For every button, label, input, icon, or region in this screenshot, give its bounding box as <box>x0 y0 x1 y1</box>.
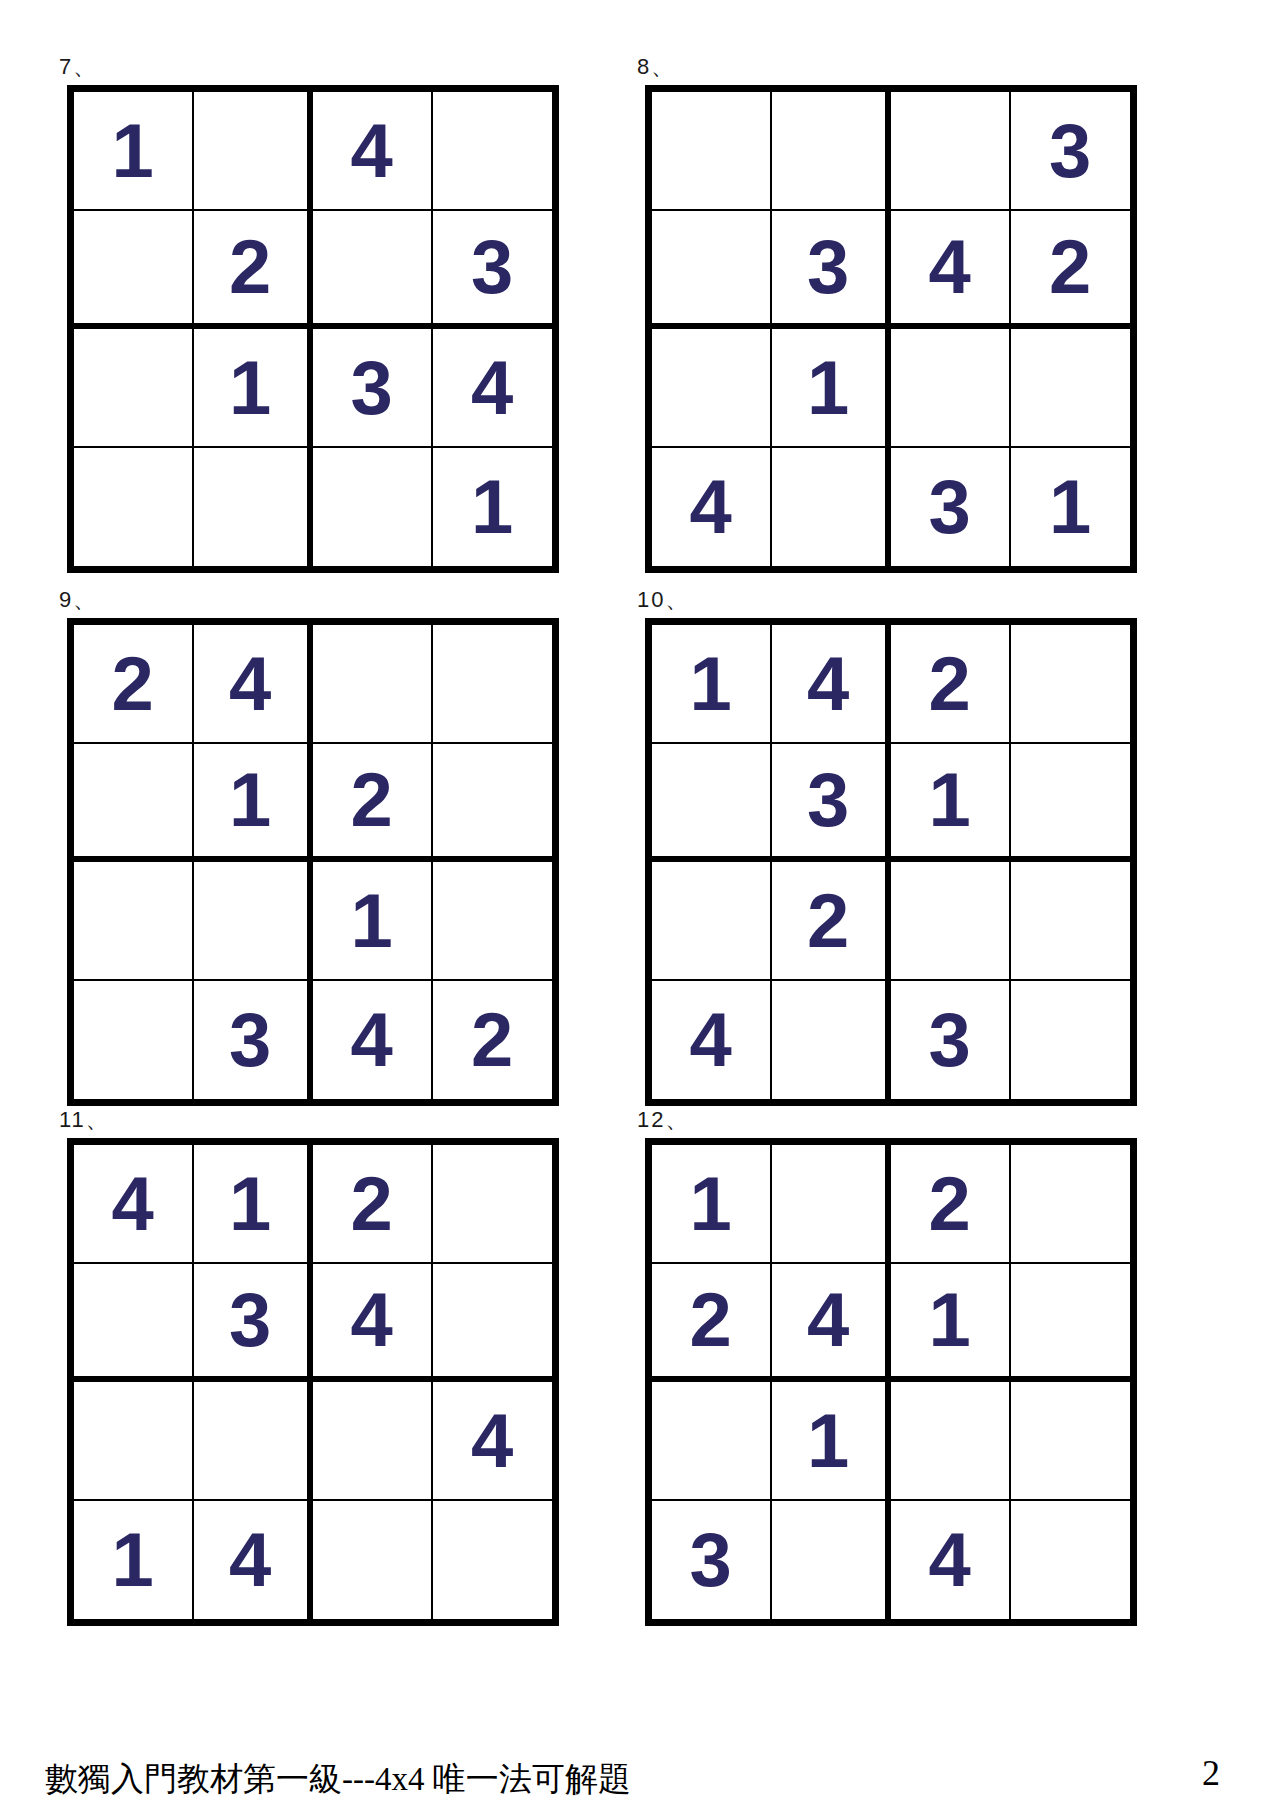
sudoku-cell-7-r2c1 <box>74 211 194 330</box>
puzzle-8-label: 8、 <box>637 55 1137 79</box>
sudoku-cell-11-r1c1: 4 <box>74 1145 194 1264</box>
sudoku-cell-9-r2c3: 2 <box>313 744 433 863</box>
puzzle-12: 12、 12241134 <box>645 1108 1137 1626</box>
puzzle-11: 11、 41234414 <box>67 1108 559 1626</box>
sudoku-cell-12-r4c3: 4 <box>891 1501 1011 1620</box>
sudoku-cell-10-r1c2: 4 <box>772 625 892 744</box>
sudoku-cell-11-r4c1: 1 <box>74 1501 194 1620</box>
sudoku-cell-10-r1c4 <box>1011 625 1131 744</box>
sudoku-cell-7-r1c4 <box>433 92 553 211</box>
puzzle-10-label: 10、 <box>637 588 1137 612</box>
puzzle-9: 9、 24121342 <box>67 588 559 1106</box>
sudoku-cell-7-r1c3: 4 <box>313 92 433 211</box>
sudoku-cell-9-r3c1 <box>74 862 194 981</box>
sudoku-cell-7-r4c2 <box>194 448 314 567</box>
sudoku-cell-7-r4c4: 1 <box>433 448 553 567</box>
sudoku-cell-9-r3c2 <box>194 862 314 981</box>
sudoku-cell-11-r2c3: 4 <box>313 1264 433 1383</box>
sudoku-cell-9-r4c4: 2 <box>433 981 553 1100</box>
sudoku-cell-9-r2c2: 1 <box>194 744 314 863</box>
sudoku-cell-12-r4c4 <box>1011 1501 1131 1620</box>
sudoku-cell-9-r4c1 <box>74 981 194 1100</box>
puzzle-10: 10、 14231243 <box>645 588 1137 1106</box>
sudoku-cell-7-r2c2: 2 <box>194 211 314 330</box>
sudoku-board-12: 12241134 <box>645 1138 1137 1626</box>
sudoku-cell-11-r2c1 <box>74 1264 194 1383</box>
sudoku-cell-7-r4c1 <box>74 448 194 567</box>
sudoku-cell-10-r4c3: 3 <box>891 981 1011 1100</box>
sudoku-cell-11-r1c4 <box>433 1145 553 1264</box>
sudoku-cell-11-r3c2 <box>194 1382 314 1501</box>
sudoku-cell-11-r2c2: 3 <box>194 1264 314 1383</box>
sudoku-cell-8-r2c3: 4 <box>891 211 1011 330</box>
sudoku-cell-7-r1c1: 1 <box>74 92 194 211</box>
sudoku-cell-12-r1c2 <box>772 1145 892 1264</box>
sudoku-cell-10-r2c1 <box>652 744 772 863</box>
sudoku-cell-9-r4c3: 4 <box>313 981 433 1100</box>
sudoku-cell-11-r1c3: 2 <box>313 1145 433 1264</box>
sudoku-cell-12-r1c3: 2 <box>891 1145 1011 1264</box>
sudoku-cell-8-r1c1 <box>652 92 772 211</box>
page-number: 2 <box>1202 1752 1220 1794</box>
sudoku-cell-11-r4c4 <box>433 1501 553 1620</box>
sudoku-cell-8-r2c2: 3 <box>772 211 892 330</box>
sudoku-cell-7-r4c3 <box>313 448 433 567</box>
puzzle-11-label: 11、 <box>59 1108 559 1132</box>
sudoku-cell-9-r3c4 <box>433 862 553 981</box>
sudoku-cell-11-r1c2: 1 <box>194 1145 314 1264</box>
sudoku-cell-12-r4c2 <box>772 1501 892 1620</box>
sudoku-cell-12-r1c1: 1 <box>652 1145 772 1264</box>
sudoku-cell-9-r2c4 <box>433 744 553 863</box>
sudoku-board-8: 33421431 <box>645 85 1137 573</box>
puzzle-9-label: 9、 <box>59 588 559 612</box>
sudoku-cell-11-r4c2: 4 <box>194 1501 314 1620</box>
sudoku-cell-8-r1c3 <box>891 92 1011 211</box>
sudoku-cell-10-r1c1: 1 <box>652 625 772 744</box>
sudoku-cell-8-r4c1: 4 <box>652 448 772 567</box>
sudoku-cell-8-r2c4: 2 <box>1011 211 1131 330</box>
sudoku-cell-12-r4c1: 3 <box>652 1501 772 1620</box>
sudoku-cell-7-r3c3: 3 <box>313 329 433 448</box>
sudoku-board-10: 14231243 <box>645 618 1137 1106</box>
sudoku-cell-10-r1c3: 2 <box>891 625 1011 744</box>
puzzle-7-label: 7、 <box>59 55 559 79</box>
sudoku-cell-9-r1c4 <box>433 625 553 744</box>
sudoku-cell-10-r4c1: 4 <box>652 981 772 1100</box>
sudoku-cell-11-r3c4: 4 <box>433 1382 553 1501</box>
sudoku-cell-8-r3c4 <box>1011 329 1131 448</box>
puzzle-8: 8、 33421431 <box>645 55 1137 573</box>
sudoku-cell-11-r3c1 <box>74 1382 194 1501</box>
sudoku-cell-7-r1c2 <box>194 92 314 211</box>
sudoku-cell-10-r2c3: 1 <box>891 744 1011 863</box>
sudoku-cell-10-r4c2 <box>772 981 892 1100</box>
sudoku-cell-7-r2c3 <box>313 211 433 330</box>
sudoku-board-9: 24121342 <box>67 618 559 1106</box>
puzzle-7: 7、 14231341 <box>67 55 559 573</box>
sudoku-cell-10-r2c2: 3 <box>772 744 892 863</box>
sudoku-cell-8-r4c2 <box>772 448 892 567</box>
sudoku-cell-9-r4c2: 3 <box>194 981 314 1100</box>
sudoku-cell-12-r2c3: 1 <box>891 1264 1011 1383</box>
sudoku-cell-7-r3c4: 4 <box>433 329 553 448</box>
sudoku-cell-12-r3c3 <box>891 1382 1011 1501</box>
worksheet-page: 7、 14231341 8、 33421431 9、 24121342 10、 … <box>0 0 1280 1811</box>
sudoku-cell-9-r1c1: 2 <box>74 625 194 744</box>
sudoku-board-11: 41234414 <box>67 1138 559 1626</box>
sudoku-cell-8-r4c3: 3 <box>891 448 1011 567</box>
sudoku-cell-10-r4c4 <box>1011 981 1131 1100</box>
sudoku-cell-12-r2c1: 2 <box>652 1264 772 1383</box>
sudoku-cell-10-r2c4 <box>1011 744 1131 863</box>
sudoku-cell-8-r4c4: 1 <box>1011 448 1131 567</box>
sudoku-cell-11-r4c3 <box>313 1501 433 1620</box>
sudoku-cell-10-r3c1 <box>652 862 772 981</box>
sudoku-cell-11-r3c3 <box>313 1382 433 1501</box>
sudoku-cell-12-r3c1 <box>652 1382 772 1501</box>
sudoku-cell-10-r3c2: 2 <box>772 862 892 981</box>
sudoku-cell-8-r1c4: 3 <box>1011 92 1131 211</box>
sudoku-cell-8-r1c2 <box>772 92 892 211</box>
sudoku-cell-12-r1c4 <box>1011 1145 1131 1264</box>
sudoku-cell-7-r3c1 <box>74 329 194 448</box>
sudoku-cell-8-r2c1 <box>652 211 772 330</box>
puzzle-12-label: 12、 <box>637 1108 1137 1132</box>
sudoku-cell-12-r3c4 <box>1011 1382 1131 1501</box>
sudoku-cell-8-r3c3 <box>891 329 1011 448</box>
sudoku-cell-8-r3c2: 1 <box>772 329 892 448</box>
sudoku-board-7: 14231341 <box>67 85 559 573</box>
sudoku-cell-8-r3c1 <box>652 329 772 448</box>
sudoku-cell-7-r3c2: 1 <box>194 329 314 448</box>
sudoku-cell-9-r1c3 <box>313 625 433 744</box>
sudoku-cell-10-r3c3 <box>891 862 1011 981</box>
sudoku-cell-9-r1c2: 4 <box>194 625 314 744</box>
sudoku-cell-12-r3c2: 1 <box>772 1382 892 1501</box>
sudoku-cell-7-r2c4: 3 <box>433 211 553 330</box>
footer-title: 數獨入門教材第一級---4x4 唯一法可解題 <box>45 1757 631 1802</box>
sudoku-cell-12-r2c2: 4 <box>772 1264 892 1383</box>
sudoku-cell-10-r3c4 <box>1011 862 1131 981</box>
sudoku-cell-12-r2c4 <box>1011 1264 1131 1383</box>
sudoku-cell-9-r2c1 <box>74 744 194 863</box>
sudoku-cell-11-r2c4 <box>433 1264 553 1383</box>
sudoku-cell-9-r3c3: 1 <box>313 862 433 981</box>
